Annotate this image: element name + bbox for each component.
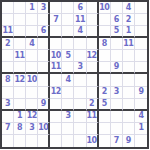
cell-r3c6[interactable] bbox=[62, 26, 74, 38]
cell-r12c4[interactable] bbox=[38, 135, 50, 147]
cell-r2c11[interactable]: 2 bbox=[123, 14, 135, 26]
cell-r9c11[interactable] bbox=[123, 99, 135, 111]
cell-r4c9[interactable]: 8 bbox=[99, 38, 111, 50]
given-digit: 9 bbox=[126, 137, 131, 145]
given-digit: 7 bbox=[5, 124, 10, 132]
cell-r8c12[interactable]: 9 bbox=[135, 87, 147, 99]
given-digit: 10 bbox=[99, 4, 109, 12]
cell-r11c11[interactable] bbox=[123, 123, 135, 135]
given-digit: 11 bbox=[51, 63, 61, 71]
cell-r10c11[interactable] bbox=[123, 111, 135, 123]
cell-r10c10[interactable] bbox=[111, 111, 123, 123]
cell-r7c7[interactable] bbox=[74, 74, 86, 86]
cell-r1c6[interactable] bbox=[62, 2, 74, 14]
cell-r10c3[interactable]: 12 bbox=[26, 111, 38, 123]
cell-r2c5[interactable]: 7 bbox=[50, 14, 62, 26]
cell-r8c7[interactable] bbox=[74, 87, 86, 99]
cell-r7c3[interactable]: 10 bbox=[26, 74, 38, 86]
given-digit: 5 bbox=[114, 27, 119, 35]
cell-r3c4[interactable]: 6 bbox=[38, 26, 50, 38]
given-digit: 4 bbox=[138, 112, 143, 120]
cell-r12c6[interactable] bbox=[62, 135, 74, 147]
cell-r1c9[interactable]: 10 bbox=[99, 2, 111, 14]
cell-r4c7[interactable] bbox=[74, 38, 86, 50]
given-digit: 1 bbox=[29, 4, 34, 12]
cell-r2c7[interactable]: 11 bbox=[74, 14, 86, 26]
given-digit: 1 bbox=[17, 112, 22, 120]
given-digit: 9 bbox=[138, 88, 143, 96]
cell-r5c12[interactable] bbox=[135, 50, 147, 62]
cell-r2c4[interactable] bbox=[38, 14, 50, 26]
cell-r6c1[interactable] bbox=[2, 62, 14, 74]
cell-r12c8[interactable]: 10 bbox=[87, 135, 99, 147]
cell-r4c12[interactable] bbox=[135, 38, 147, 50]
cell-r12c9[interactable] bbox=[99, 135, 111, 147]
cell-r4c10[interactable] bbox=[111, 38, 123, 50]
cell-r6c6[interactable] bbox=[62, 62, 74, 74]
given-digit: 10 bbox=[87, 137, 97, 145]
given-digit: 3 bbox=[41, 4, 46, 12]
cell-r9c4[interactable]: 9 bbox=[38, 99, 50, 111]
given-digit: 7 bbox=[53, 16, 58, 24]
cell-r2c9[interactable] bbox=[99, 14, 111, 26]
cell-r6c2[interactable] bbox=[14, 62, 26, 74]
cell-r11c7[interactable] bbox=[74, 123, 86, 135]
cell-r3c8[interactable] bbox=[87, 26, 99, 38]
cell-r3c9[interactable] bbox=[99, 26, 111, 38]
cell-r4c1[interactable]: 2 bbox=[2, 38, 14, 50]
given-digit: 12 bbox=[87, 52, 97, 60]
given-digit: 8 bbox=[17, 124, 22, 132]
cell-r8c5[interactable]: 12 bbox=[50, 87, 62, 99]
given-digit: 5 bbox=[65, 52, 70, 60]
cell-r8c3[interactable] bbox=[26, 87, 38, 99]
cell-r7c9[interactable] bbox=[99, 74, 111, 86]
given-digit: 6 bbox=[77, 4, 82, 12]
cell-r10c2[interactable]: 1 bbox=[14, 111, 26, 123]
given-digit: 8 bbox=[5, 76, 10, 84]
given-digit: 6 bbox=[41, 27, 46, 35]
cell-r9c2[interactable] bbox=[14, 99, 26, 111]
cell-r6c11[interactable] bbox=[123, 62, 135, 74]
cell-r1c3[interactable]: 1 bbox=[26, 2, 38, 14]
cell-r5c1[interactable] bbox=[2, 50, 14, 62]
cell-r10c7[interactable] bbox=[74, 111, 86, 123]
cell-r4c2[interactable] bbox=[14, 38, 26, 50]
cell-r5c3[interactable] bbox=[26, 50, 38, 62]
cell-r5c11[interactable] bbox=[123, 50, 135, 62]
cell-r12c2[interactable] bbox=[14, 135, 26, 147]
cell-r9c10[interactable] bbox=[111, 99, 123, 111]
sudoku-page: 1361047116211645124811111051211398121041… bbox=[0, 0, 150, 150]
cell-r9c5[interactable] bbox=[50, 99, 62, 111]
cell-r10c9[interactable] bbox=[99, 111, 111, 123]
cell-r5c9[interactable] bbox=[99, 50, 111, 62]
cell-r3c5[interactable] bbox=[50, 26, 62, 38]
cell-r1c2[interactable] bbox=[14, 2, 26, 14]
cell-r11c6[interactable] bbox=[62, 123, 74, 135]
given-digit: 9 bbox=[41, 100, 46, 108]
cell-r10c6[interactable]: 3 bbox=[62, 111, 74, 123]
cell-r9c12[interactable] bbox=[135, 99, 147, 111]
cell-r6c7[interactable]: 3 bbox=[74, 62, 86, 74]
given-digit: 1 bbox=[138, 124, 143, 132]
given-digit: 3 bbox=[5, 100, 10, 108]
cell-r1c10[interactable] bbox=[111, 2, 123, 14]
given-digit: 11 bbox=[75, 16, 85, 24]
cell-r3c10[interactable]: 5 bbox=[111, 26, 123, 38]
cell-r3c1[interactable]: 11 bbox=[2, 26, 14, 38]
cell-r8c8[interactable] bbox=[87, 87, 99, 99]
cell-r1c4[interactable]: 3 bbox=[38, 2, 50, 14]
cell-r12c5[interactable] bbox=[50, 135, 62, 147]
given-digit: 4 bbox=[126, 4, 131, 12]
cell-r4c3[interactable]: 4 bbox=[26, 38, 38, 50]
given-digit: 3 bbox=[77, 63, 82, 71]
cell-r10c8[interactable]: 11 bbox=[87, 111, 99, 123]
cell-r11c4[interactable]: 10 bbox=[38, 123, 50, 135]
cell-r11c5[interactable] bbox=[50, 123, 62, 135]
given-digit: 2 bbox=[89, 100, 94, 108]
given-digit: 4 bbox=[65, 76, 70, 84]
cell-r1c8[interactable] bbox=[87, 2, 99, 14]
given-digit: 8 bbox=[102, 40, 107, 48]
cell-r2c3[interactable] bbox=[26, 14, 38, 26]
cell-r9c8[interactable]: 2 bbox=[87, 99, 99, 111]
cell-r2c1[interactable] bbox=[2, 14, 14, 26]
cell-r11c10[interactable] bbox=[111, 123, 123, 135]
given-digit: 3 bbox=[65, 112, 70, 120]
cell-r6c8[interactable] bbox=[87, 62, 99, 74]
cell-r9c7[interactable] bbox=[74, 99, 86, 111]
cell-r12c12[interactable] bbox=[135, 135, 147, 147]
cell-r2c8[interactable] bbox=[87, 14, 99, 26]
cell-r7c10[interactable] bbox=[111, 74, 123, 86]
cell-r8c4[interactable] bbox=[38, 87, 50, 99]
cell-r12c1[interactable] bbox=[2, 135, 14, 147]
cell-r11c9[interactable] bbox=[99, 123, 111, 135]
given-digit: 3 bbox=[29, 124, 34, 132]
given-digit: 12 bbox=[27, 112, 37, 120]
cell-r10c1[interactable] bbox=[2, 111, 14, 123]
given-digit: 2 bbox=[126, 16, 131, 24]
cell-r1c11[interactable]: 4 bbox=[123, 2, 135, 14]
cell-r12c7[interactable] bbox=[74, 135, 86, 147]
cell-r11c12[interactable]: 1 bbox=[135, 123, 147, 135]
cell-r6c3[interactable] bbox=[26, 62, 38, 74]
cell-r7c5[interactable] bbox=[50, 74, 62, 86]
given-digit: 1 bbox=[126, 27, 131, 35]
cell-r10c4[interactable] bbox=[38, 111, 50, 123]
cell-r2c10[interactable]: 6 bbox=[111, 14, 123, 26]
cell-r7c8[interactable] bbox=[87, 74, 99, 86]
cell-r10c5[interactable] bbox=[50, 111, 62, 123]
given-digit: 11 bbox=[123, 40, 133, 48]
cell-r7c2[interactable]: 12 bbox=[14, 74, 26, 86]
given-digit: 10 bbox=[27, 76, 37, 84]
cell-r12c3[interactable] bbox=[26, 135, 38, 147]
cell-r9c6[interactable] bbox=[62, 99, 74, 111]
given-digit: 10 bbox=[51, 52, 61, 60]
cell-r4c4[interactable] bbox=[38, 38, 50, 50]
cell-r6c12[interactable] bbox=[135, 62, 147, 74]
cell-r9c9[interactable]: 5 bbox=[99, 99, 111, 111]
cell-r5c10[interactable] bbox=[111, 50, 123, 62]
given-digit: 10 bbox=[38, 124, 48, 132]
given-digit: 6 bbox=[114, 16, 119, 24]
given-digit: 12 bbox=[51, 88, 61, 96]
cell-r12c11[interactable]: 9 bbox=[123, 135, 135, 147]
cell-r8c6[interactable] bbox=[62, 87, 74, 99]
cell-r11c8[interactable] bbox=[87, 123, 99, 135]
cell-r8c1[interactable] bbox=[2, 87, 14, 99]
cell-r1c7[interactable]: 6 bbox=[74, 2, 86, 14]
given-digit: 2 bbox=[5, 40, 10, 48]
given-digit: 11 bbox=[15, 52, 25, 60]
cell-r6c5[interactable]: 11 bbox=[50, 62, 62, 74]
cell-r3c2[interactable] bbox=[14, 26, 26, 38]
cell-r5c6[interactable]: 5 bbox=[62, 50, 74, 62]
cell-r5c7[interactable] bbox=[74, 50, 86, 62]
cell-r8c2[interactable] bbox=[14, 87, 26, 99]
cell-r5c8[interactable]: 12 bbox=[87, 50, 99, 62]
cell-r8c9[interactable]: 2 bbox=[99, 87, 111, 99]
cell-r4c8[interactable] bbox=[87, 38, 99, 50]
cell-r6c9[interactable] bbox=[99, 62, 111, 74]
cell-r5c4[interactable] bbox=[38, 50, 50, 62]
cell-r1c12[interactable] bbox=[135, 2, 147, 14]
cell-r11c3[interactable]: 3 bbox=[26, 123, 38, 135]
given-digit: 12 bbox=[15, 76, 25, 84]
cell-r4c6[interactable] bbox=[62, 38, 74, 50]
cell-r5c5[interactable]: 10 bbox=[50, 50, 62, 62]
given-digit: 4 bbox=[77, 27, 82, 35]
cell-r1c5[interactable] bbox=[50, 2, 62, 14]
given-digit: 3 bbox=[114, 88, 119, 96]
cell-r10c12[interactable]: 4 bbox=[135, 111, 147, 123]
cell-r7c1[interactable]: 8 bbox=[2, 74, 14, 86]
sudoku-board: 1361047116211645124811111051211398121041… bbox=[0, 0, 149, 149]
given-digit: 11 bbox=[2, 27, 12, 35]
cell-r8c10[interactable]: 3 bbox=[111, 87, 123, 99]
given-digit: 7 bbox=[114, 137, 119, 145]
cell-r9c3[interactable] bbox=[26, 99, 38, 111]
cell-r3c11[interactable]: 1 bbox=[123, 26, 135, 38]
cell-r7c4[interactable] bbox=[38, 74, 50, 86]
cell-r3c7[interactable]: 4 bbox=[74, 26, 86, 38]
cell-r3c3[interactable] bbox=[26, 26, 38, 38]
given-digit: 2 bbox=[102, 88, 107, 96]
cell-r4c5[interactable] bbox=[50, 38, 62, 50]
given-digit: 9 bbox=[114, 63, 119, 71]
cell-r5c2[interactable]: 11 bbox=[14, 50, 26, 62]
cell-r3c12[interactable] bbox=[135, 26, 147, 38]
cell-r2c6[interactable] bbox=[62, 14, 74, 26]
cell-r11c1[interactable]: 7 bbox=[2, 123, 14, 135]
cell-r4c11[interactable]: 11 bbox=[123, 38, 135, 50]
cell-r9c1[interactable]: 3 bbox=[2, 99, 14, 111]
cell-r6c10[interactable]: 9 bbox=[111, 62, 123, 74]
cell-r6c4[interactable] bbox=[38, 62, 50, 74]
given-digit: 5 bbox=[102, 100, 107, 108]
cell-r2c2[interactable] bbox=[14, 14, 26, 26]
cell-r8c11[interactable] bbox=[123, 87, 135, 99]
given-digit: 11 bbox=[87, 112, 97, 120]
cell-r7c11[interactable] bbox=[123, 74, 135, 86]
cell-r2c12[interactable] bbox=[135, 14, 147, 26]
cell-r12c10[interactable]: 7 bbox=[111, 135, 123, 147]
cell-r7c12[interactable] bbox=[135, 74, 147, 86]
cell-r11c2[interactable]: 8 bbox=[14, 123, 26, 135]
given-digit: 4 bbox=[29, 40, 34, 48]
cell-r7c6[interactable]: 4 bbox=[62, 74, 74, 86]
cell-r1c1[interactable] bbox=[2, 2, 14, 14]
